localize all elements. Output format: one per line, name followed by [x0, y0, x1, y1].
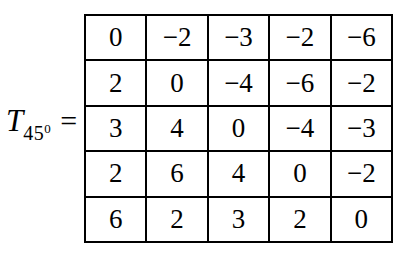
matrix-cell: 2 — [86, 61, 145, 104]
matrix-cell: −4 — [209, 61, 268, 104]
matrix-cell: −2 — [332, 61, 391, 104]
matrix-cell: 0 — [270, 152, 329, 195]
matrix-cell: −3 — [332, 107, 391, 150]
matrix-cell: −4 — [270, 107, 329, 150]
matrix-cell: −2 — [147, 16, 206, 59]
matrix-cell: 0 — [332, 198, 391, 241]
matrix-cell: 0 — [86, 16, 145, 59]
equals-sign: = — [60, 104, 77, 137]
matrix-cell: −3 — [209, 16, 268, 59]
matrix-grid: 0 −2 −3 −2 −6 2 0 −4 −6 −2 3 4 0 −4 −3 2… — [84, 14, 393, 243]
matrix-cell: 4 — [147, 107, 206, 150]
matrix-cell: 3 — [86, 107, 145, 150]
matrix-cell: 6 — [86, 198, 145, 241]
subscript-value: 45 — [23, 122, 44, 144]
matrix-figure: T450= 0 −2 −3 −2 −6 2 0 −4 −6 −2 3 4 0 −… — [0, 0, 403, 262]
matrix-cell: −6 — [270, 61, 329, 104]
matrix-cell: −6 — [332, 16, 391, 59]
matrix-cell: 6 — [147, 152, 206, 195]
matrix-label: T450= — [6, 103, 77, 145]
matrix-label-subscript: 450 — [23, 122, 51, 144]
matrix-cell: 0 — [209, 107, 268, 150]
matrix-cell: −2 — [270, 16, 329, 59]
matrix-cell: 3 — [209, 198, 268, 241]
matrix-cell: 0 — [147, 61, 206, 104]
subscript-superscript: 0 — [44, 121, 51, 136]
matrix-cell: 2 — [147, 198, 206, 241]
matrix-cell: 2 — [270, 198, 329, 241]
matrix-cell: 4 — [209, 152, 268, 195]
matrix-cell: −2 — [332, 152, 391, 195]
matrix-variable: T — [6, 103, 23, 138]
matrix-cell: 2 — [86, 152, 145, 195]
